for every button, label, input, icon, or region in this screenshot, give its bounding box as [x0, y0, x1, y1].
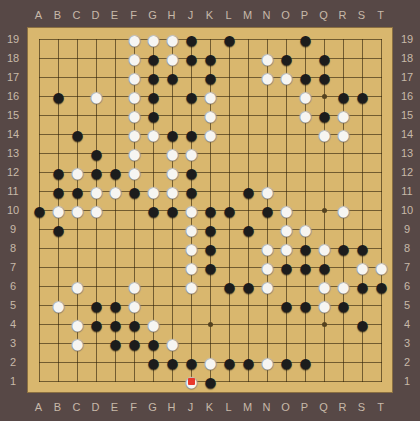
intersection-K14[interactable]: ● — [201, 125, 220, 144]
intersection-Q14[interactable]: ● — [315, 125, 334, 144]
intersection-K12[interactable] — [201, 163, 220, 182]
col-label-K: K — [200, 401, 219, 413]
row-label-11: 11 — [401, 181, 412, 200]
intersection-P11[interactable] — [296, 182, 315, 201]
intersection-M16[interactable] — [239, 87, 258, 106]
intersection-M14[interactable] — [239, 125, 258, 144]
intersection-B5[interactable]: ● — [49, 296, 68, 315]
intersection-D16[interactable]: ● — [87, 87, 106, 106]
intersection-L10[interactable]: ● — [220, 201, 239, 220]
row-label-19: 19 — [401, 29, 413, 48]
black-stone-B9: ● — [51, 220, 66, 239]
row-label-8: 8 — [404, 238, 410, 257]
intersection-T17[interactable] — [372, 68, 391, 87]
intersection-T2[interactable] — [372, 353, 391, 372]
row-label-15: 15 — [401, 105, 413, 124]
intersection-N10[interactable]: ● — [258, 201, 277, 220]
intersection-F10[interactable] — [125, 201, 144, 220]
intersection-D7[interactable] — [87, 258, 106, 277]
intersection-S3[interactable] — [353, 334, 372, 353]
intersection-T18[interactable] — [372, 49, 391, 68]
intersection-N16[interactable] — [258, 87, 277, 106]
intersection-F3[interactable]: ● — [125, 334, 144, 353]
intersection-B18[interactable] — [49, 49, 68, 68]
intersection-C9[interactable] — [68, 220, 87, 239]
intersection-P14[interactable] — [296, 125, 315, 144]
intersection-H7[interactable] — [163, 258, 182, 277]
white-stone-R14: ● — [336, 125, 351, 144]
intersection-O17[interactable]: ● — [277, 68, 296, 87]
intersection-B16[interactable]: ● — [49, 87, 68, 106]
intersection-L13[interactable] — [220, 144, 239, 163]
intersection-J4[interactable] — [182, 315, 201, 334]
intersection-A6[interactable] — [30, 277, 49, 296]
black-stone-R5: ● — [336, 296, 351, 315]
col-label-E: E — [105, 401, 124, 413]
black-stone-G10: ● — [146, 201, 161, 220]
intersection-A18[interactable] — [30, 49, 49, 68]
intersection-Q4[interactable] — [315, 315, 334, 334]
intersection-B2[interactable] — [49, 353, 68, 372]
intersection-T6[interactable]: ● — [372, 277, 391, 296]
intersection-R14[interactable]: ● — [334, 125, 353, 144]
intersection-T14[interactable] — [372, 125, 391, 144]
intersection-M5[interactable] — [239, 296, 258, 315]
intersection-E17[interactable] — [106, 68, 125, 87]
intersection-T19[interactable] — [372, 30, 391, 49]
intersection-L8[interactable] — [220, 239, 239, 258]
intersection-A14[interactable] — [30, 125, 49, 144]
intersection-S18[interactable] — [353, 49, 372, 68]
intersection-A16[interactable] — [30, 87, 49, 106]
intersection-R13[interactable] — [334, 144, 353, 163]
intersection-A19[interactable] — [30, 30, 49, 49]
intersection-N14[interactable] — [258, 125, 277, 144]
intersection-L2[interactable]: ● — [220, 353, 239, 372]
col-label-G: G — [143, 401, 162, 413]
intersection-L4[interactable] — [220, 315, 239, 334]
intersection-H17[interactable]: ● — [163, 68, 182, 87]
intersection-B15[interactable] — [49, 106, 68, 125]
intersection-L1[interactable] — [220, 372, 239, 391]
intersection-M19[interactable] — [239, 30, 258, 49]
black-stone-L10: ● — [222, 201, 237, 220]
black-stone-L6: ● — [222, 277, 237, 296]
intersection-E8[interactable] — [106, 239, 125, 258]
intersection-E11[interactable]: ● — [106, 182, 125, 201]
intersection-S2[interactable] — [353, 353, 372, 372]
intersection-D1[interactable] — [87, 372, 106, 391]
intersection-E3[interactable]: ● — [106, 334, 125, 353]
intersection-H2[interactable]: ● — [163, 353, 182, 372]
col-label-R: R — [333, 9, 352, 21]
stone-grid: ●●●●●●●●●●●●●●●●●●●●●●●●●●●●●●●●●●●●●●●●… — [30, 30, 391, 391]
intersection-L14[interactable] — [220, 125, 239, 144]
white-stone-C6: ● — [70, 277, 85, 296]
intersection-A10[interactable]: ● — [30, 201, 49, 220]
intersection-D4[interactable]: ● — [87, 315, 106, 334]
intersection-R5[interactable]: ● — [334, 296, 353, 315]
intersection-E19[interactable] — [106, 30, 125, 49]
go-board[interactable]: ●●●●●●●●●●●●●●●●●●●●●●●●●●●●●●●●●●●●●●●●… — [27, 27, 393, 393]
intersection-G9[interactable] — [144, 220, 163, 239]
intersection-Q3[interactable] — [315, 334, 334, 353]
col-label-Q: Q — [314, 401, 333, 413]
intersection-C14[interactable]: ● — [68, 125, 87, 144]
intersection-O2[interactable]: ● — [277, 353, 296, 372]
intersection-E16[interactable] — [106, 87, 125, 106]
row-label-11: 11 — [7, 181, 18, 200]
black-stone-S4: ● — [355, 315, 370, 334]
intersection-R3[interactable] — [334, 334, 353, 353]
intersection-H16[interactable] — [163, 87, 182, 106]
intersection-R19[interactable] — [334, 30, 353, 49]
intersection-L12[interactable] — [220, 163, 239, 182]
black-stone-A10: ● — [32, 201, 47, 220]
intersection-T16[interactable] — [372, 87, 391, 106]
intersection-L5[interactable] — [220, 296, 239, 315]
col-label-B: B — [48, 9, 67, 21]
intersection-G10[interactable]: ● — [144, 201, 163, 220]
intersection-S14[interactable] — [353, 125, 372, 144]
intersection-G1[interactable] — [144, 372, 163, 391]
row-label-4: 4 — [404, 314, 410, 333]
row-label-18: 18 — [401, 48, 413, 67]
intersection-A13[interactable] — [30, 144, 49, 163]
intersection-M2[interactable]: ● — [239, 353, 258, 372]
intersection-C18[interactable] — [68, 49, 87, 68]
col-label-P: P — [295, 9, 314, 21]
intersection-S1[interactable] — [353, 372, 372, 391]
intersection-O14[interactable] — [277, 125, 296, 144]
intersection-B19[interactable] — [49, 30, 68, 49]
intersection-J5[interactable] — [182, 296, 201, 315]
intersection-P7[interactable]: ● — [296, 258, 315, 277]
intersection-J1[interactable]: ● — [182, 372, 201, 391]
intersection-H1[interactable] — [163, 372, 182, 391]
intersection-F9[interactable] — [125, 220, 144, 239]
intersection-E10[interactable] — [106, 201, 125, 220]
col-label-C: C — [67, 9, 86, 21]
intersection-P15[interactable]: ● — [296, 106, 315, 125]
intersection-H8[interactable] — [163, 239, 182, 258]
intersection-R8[interactable]: ● — [334, 239, 353, 258]
intersection-H10[interactable]: ● — [163, 201, 182, 220]
intersection-D10[interactable]: ● — [87, 201, 106, 220]
intersection-P12[interactable] — [296, 163, 315, 182]
intersection-M8[interactable] — [239, 239, 258, 258]
intersection-Q11[interactable] — [315, 182, 334, 201]
black-stone-L19: ● — [222, 30, 237, 49]
intersection-O16[interactable] — [277, 87, 296, 106]
intersection-O13[interactable] — [277, 144, 296, 163]
intersection-A2[interactable] — [30, 353, 49, 372]
intersection-Q1[interactable] — [315, 372, 334, 391]
intersection-S6[interactable]: ● — [353, 277, 372, 296]
intersection-H9[interactable] — [163, 220, 182, 239]
intersection-D18[interactable] — [87, 49, 106, 68]
col-label-L: L — [219, 401, 238, 413]
intersection-N15[interactable] — [258, 106, 277, 125]
col-label-M: M — [238, 9, 257, 21]
intersection-R12[interactable] — [334, 163, 353, 182]
intersection-D3[interactable] — [87, 334, 106, 353]
intersection-A4[interactable] — [30, 315, 49, 334]
intersection-Q12[interactable] — [315, 163, 334, 182]
intersection-K4[interactable] — [201, 315, 220, 334]
intersection-P1[interactable] — [296, 372, 315, 391]
intersection-K1[interactable]: ● — [201, 372, 220, 391]
intersection-S10[interactable] — [353, 201, 372, 220]
intersection-T12[interactable] — [372, 163, 391, 182]
intersection-T15[interactable] — [372, 106, 391, 125]
row-label-13: 13 — [7, 143, 19, 162]
intersection-P13[interactable] — [296, 144, 315, 163]
intersection-F11[interactable]: ● — [125, 182, 144, 201]
white-stone-C10: ● — [70, 201, 85, 220]
intersection-S11[interactable] — [353, 182, 372, 201]
black-stone-H2: ● — [165, 353, 180, 372]
intersection-E7[interactable] — [106, 258, 125, 277]
black-stone-O7: ● — [279, 258, 294, 277]
intersection-P19[interactable]: ● — [296, 30, 315, 49]
intersection-E1[interactable] — [106, 372, 125, 391]
intersection-E2[interactable] — [106, 353, 125, 372]
intersection-Q5[interactable]: ● — [315, 296, 334, 315]
white-stone-Q14: ● — [317, 125, 332, 144]
intersection-T4[interactable] — [372, 315, 391, 334]
intersection-G8[interactable] — [144, 239, 163, 258]
white-stone-Q5: ● — [317, 296, 332, 315]
intersection-O7[interactable]: ● — [277, 258, 296, 277]
row-label-7: 7 — [404, 257, 410, 276]
row-label-10: 10 — [7, 200, 19, 219]
intersection-M9[interactable]: ● — [239, 220, 258, 239]
intersection-L9[interactable] — [220, 220, 239, 239]
col-label-N: N — [257, 9, 276, 21]
white-stone-B5: ● — [51, 296, 66, 315]
row-label-17: 17 — [7, 67, 19, 86]
intersection-N17[interactable]: ● — [258, 68, 277, 87]
intersection-F1[interactable] — [125, 372, 144, 391]
intersection-K7[interactable]: ● — [201, 258, 220, 277]
intersection-F8[interactable] — [125, 239, 144, 258]
intersection-M15[interactable] — [239, 106, 258, 125]
intersection-C8[interactable] — [68, 239, 87, 258]
intersection-G13[interactable] — [144, 144, 163, 163]
black-stone-M11: ● — [241, 182, 256, 201]
col-label-J: J — [181, 9, 200, 21]
col-label-C: C — [67, 401, 86, 413]
intersection-J18[interactable]: ● — [182, 49, 201, 68]
intersection-P2[interactable]: ● — [296, 353, 315, 372]
intersection-T10[interactable] — [372, 201, 391, 220]
intersection-G14[interactable]: ● — [144, 125, 163, 144]
intersection-R1[interactable] — [334, 372, 353, 391]
intersection-C2[interactable] — [68, 353, 87, 372]
intersection-M1[interactable] — [239, 372, 258, 391]
black-stone-Q17: ● — [317, 68, 332, 87]
intersection-L6[interactable]: ● — [220, 277, 239, 296]
intersection-J16[interactable]: ● — [182, 87, 201, 106]
white-stone-D16: ● — [89, 87, 104, 106]
intersection-L19[interactable]: ● — [220, 30, 239, 49]
intersection-N2[interactable]: ● — [258, 353, 277, 372]
intersection-P5[interactable]: ● — [296, 296, 315, 315]
black-stone-J18: ● — [184, 49, 199, 68]
intersection-Q10[interactable] — [315, 201, 334, 220]
intersection-N6[interactable]: ● — [258, 277, 277, 296]
white-stone-R10: ● — [336, 201, 351, 220]
intersection-B4[interactable] — [49, 315, 68, 334]
intersection-A15[interactable] — [30, 106, 49, 125]
intersection-R2[interactable] — [334, 353, 353, 372]
intersection-L15[interactable] — [220, 106, 239, 125]
intersection-S12[interactable] — [353, 163, 372, 182]
intersection-N5[interactable] — [258, 296, 277, 315]
intersection-A17[interactable] — [30, 68, 49, 87]
row-label-14: 14 — [401, 124, 413, 143]
white-stone-P15: ● — [298, 106, 313, 125]
intersection-A12[interactable] — [30, 163, 49, 182]
intersection-T1[interactable] — [372, 372, 391, 391]
col-label-H: H — [162, 9, 181, 21]
intersection-B1[interactable] — [49, 372, 68, 391]
intersection-M6[interactable]: ● — [239, 277, 258, 296]
intersection-C6[interactable]: ● — [68, 277, 87, 296]
intersection-J6[interactable]: ● — [182, 277, 201, 296]
intersection-A3[interactable] — [30, 334, 49, 353]
col-label-A: A — [29, 9, 48, 21]
intersection-L17[interactable] — [220, 68, 239, 87]
intersection-T11[interactable] — [372, 182, 391, 201]
intersection-M4[interactable] — [239, 315, 258, 334]
intersection-D19[interactable] — [87, 30, 106, 49]
col-label-O: O — [276, 401, 295, 413]
intersection-O15[interactable] — [277, 106, 296, 125]
intersection-L16[interactable] — [220, 87, 239, 106]
intersection-C19[interactable] — [68, 30, 87, 49]
intersection-K13[interactable] — [201, 144, 220, 163]
intersection-B14[interactable] — [49, 125, 68, 144]
intersection-T3[interactable] — [372, 334, 391, 353]
intersection-N4[interactable] — [258, 315, 277, 334]
intersection-A8[interactable] — [30, 239, 49, 258]
intersection-T5[interactable] — [372, 296, 391, 315]
intersection-M17[interactable] — [239, 68, 258, 87]
intersection-C17[interactable] — [68, 68, 87, 87]
intersection-B9[interactable]: ● — [49, 220, 68, 239]
black-stone-C14: ● — [70, 125, 85, 144]
row-label-6: 6 — [10, 276, 16, 295]
white-stone-J6: ● — [184, 277, 199, 296]
intersection-S16[interactable]: ● — [353, 87, 372, 106]
intersection-N13[interactable] — [258, 144, 277, 163]
intersection-P4[interactable] — [296, 315, 315, 334]
intersection-N1[interactable] — [258, 372, 277, 391]
intersection-Q17[interactable]: ● — [315, 68, 334, 87]
white-stone-N2: ● — [260, 353, 275, 372]
intersection-M13[interactable] — [239, 144, 258, 163]
intersection-Q2[interactable] — [315, 353, 334, 372]
intersection-C3[interactable]: ● — [68, 334, 87, 353]
intersection-S19[interactable] — [353, 30, 372, 49]
row-label-16: 16 — [401, 86, 413, 105]
last-move-marker — [188, 378, 195, 385]
col-label-F: F — [124, 401, 143, 413]
intersection-R4[interactable] — [334, 315, 353, 334]
intersection-H5[interactable] — [163, 296, 182, 315]
column-labels-top: ABCDEFGHJKLMNOPQRST — [29, 6, 390, 24]
intersection-S4[interactable]: ● — [353, 315, 372, 334]
white-stone-D10: ● — [89, 201, 104, 220]
intersection-B7[interactable] — [49, 258, 68, 277]
intersection-T9[interactable] — [372, 220, 391, 239]
intersection-M11[interactable]: ● — [239, 182, 258, 201]
col-label-P: P — [295, 401, 314, 413]
intersection-A9[interactable] — [30, 220, 49, 239]
black-stone-D4: ● — [89, 315, 104, 334]
row-label-12: 12 — [401, 162, 413, 181]
white-stone-N17: ● — [260, 68, 275, 87]
intersection-R18[interactable] — [334, 49, 353, 68]
row-label-5: 5 — [10, 295, 16, 314]
intersection-D15[interactable] — [87, 106, 106, 125]
intersection-C1[interactable] — [68, 372, 87, 391]
intersection-E15[interactable] — [106, 106, 125, 125]
intersection-C10[interactable]: ● — [68, 201, 87, 220]
white-stone-G14: ● — [146, 125, 161, 144]
intersection-S13[interactable] — [353, 144, 372, 163]
intersection-C16[interactable] — [68, 87, 87, 106]
intersection-A5[interactable] — [30, 296, 49, 315]
intersection-O12[interactable] — [277, 163, 296, 182]
intersection-E18[interactable] — [106, 49, 125, 68]
intersection-A7[interactable] — [30, 258, 49, 277]
intersection-D9[interactable] — [87, 220, 106, 239]
intersection-O4[interactable] — [277, 315, 296, 334]
black-stone-M9: ● — [241, 220, 256, 239]
intersection-B8[interactable] — [49, 239, 68, 258]
intersection-A1[interactable] — [30, 372, 49, 391]
intersection-B3[interactable] — [49, 334, 68, 353]
intersection-T13[interactable] — [372, 144, 391, 163]
intersection-D8[interactable] — [87, 239, 106, 258]
row-labels-left: 19181716151413121110987654321 — [0, 29, 26, 390]
intersection-Q13[interactable] — [315, 144, 334, 163]
intersection-R10[interactable]: ● — [334, 201, 353, 220]
intersection-M18[interactable] — [239, 49, 258, 68]
intersection-H6[interactable] — [163, 277, 182, 296]
intersection-G7[interactable] — [144, 258, 163, 277]
intersection-E9[interactable] — [106, 220, 125, 239]
intersection-O5[interactable]: ● — [277, 296, 296, 315]
intersection-F2[interactable] — [125, 353, 144, 372]
white-stone-O17: ● — [279, 68, 294, 87]
intersection-G6[interactable] — [144, 277, 163, 296]
intersection-K6[interactable] — [201, 277, 220, 296]
intersection-G2[interactable]: ● — [144, 353, 163, 372]
intersection-D2[interactable] — [87, 353, 106, 372]
col-label-Q: Q — [314, 9, 333, 21]
intersection-K5[interactable] — [201, 296, 220, 315]
intersection-E14[interactable] — [106, 125, 125, 144]
white-stone-N6: ● — [260, 277, 275, 296]
col-label-F: F — [124, 9, 143, 21]
intersection-L18[interactable] — [220, 49, 239, 68]
intersection-S15[interactable] — [353, 106, 372, 125]
intersection-O1[interactable] — [277, 372, 296, 391]
